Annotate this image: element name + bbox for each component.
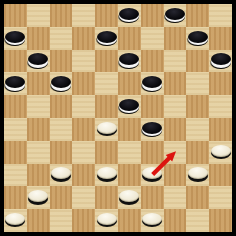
square-8-2[interactable] xyxy=(50,186,73,209)
square-6-3[interactable] xyxy=(72,141,95,164)
square-9-6[interactable] xyxy=(141,209,164,232)
black-man[interactable] xyxy=(165,8,185,23)
square-5-5[interactable] xyxy=(118,118,141,141)
square-3-7[interactable] xyxy=(164,72,187,95)
square-7-6[interactable] xyxy=(141,164,164,187)
white-man[interactable] xyxy=(211,145,231,160)
square-3-5[interactable] xyxy=(118,72,141,95)
square-9-0[interactable] xyxy=(4,209,27,232)
square-8-9[interactable] xyxy=(209,186,232,209)
piece-face xyxy=(97,31,117,43)
square-7-3[interactable] xyxy=(72,164,95,187)
black-man[interactable] xyxy=(51,76,71,91)
square-4-5[interactable] xyxy=(118,95,141,118)
square-6-1[interactable] xyxy=(27,141,50,164)
white-man[interactable] xyxy=(28,190,48,205)
square-2-5[interactable] xyxy=(118,50,141,73)
piece-face xyxy=(119,8,139,20)
square-5-0[interactable] xyxy=(4,118,27,141)
white-man[interactable] xyxy=(142,167,162,182)
square-5-2[interactable] xyxy=(50,118,73,141)
white-man[interactable] xyxy=(119,190,139,205)
square-8-5[interactable] xyxy=(118,186,141,209)
black-man[interactable] xyxy=(188,31,208,46)
white-man[interactable] xyxy=(51,167,71,182)
square-3-1[interactable] xyxy=(27,72,50,95)
square-6-5[interactable] xyxy=(118,141,141,164)
white-man[interactable] xyxy=(97,213,117,228)
piece-face xyxy=(188,31,208,43)
square-4-1[interactable] xyxy=(27,95,50,118)
black-man[interactable] xyxy=(142,76,162,91)
square-0-3[interactable] xyxy=(72,4,95,27)
piece-face xyxy=(142,213,162,225)
square-0-6[interactable] xyxy=(141,4,164,27)
square-7-0[interactable] xyxy=(4,164,27,187)
square-3-6[interactable] xyxy=(141,72,164,95)
square-3-2[interactable] xyxy=(50,72,73,95)
square-0-1[interactable] xyxy=(27,4,50,27)
black-man[interactable] xyxy=(119,99,139,114)
square-7-9[interactable] xyxy=(209,164,232,187)
square-1-4[interactable] xyxy=(95,27,118,50)
draughts-board xyxy=(4,4,232,232)
square-1-1[interactable] xyxy=(27,27,50,50)
square-1-0[interactable] xyxy=(4,27,27,50)
square-8-7[interactable] xyxy=(164,186,187,209)
square-8-1[interactable] xyxy=(27,186,50,209)
square-2-9[interactable] xyxy=(209,50,232,73)
black-man[interactable] xyxy=(119,8,139,23)
piece-face xyxy=(5,31,25,43)
square-8-0[interactable] xyxy=(4,186,27,209)
square-9-4[interactable] xyxy=(95,209,118,232)
square-2-3[interactable] xyxy=(72,50,95,73)
black-man[interactable] xyxy=(119,53,139,68)
white-man[interactable] xyxy=(142,213,162,228)
square-6-0[interactable] xyxy=(4,141,27,164)
square-3-8[interactable] xyxy=(186,72,209,95)
square-7-1[interactable] xyxy=(27,164,50,187)
black-man[interactable] xyxy=(97,31,117,46)
square-9-3[interactable] xyxy=(72,209,95,232)
black-man[interactable] xyxy=(142,122,162,137)
black-man[interactable] xyxy=(211,53,231,68)
square-7-7[interactable] xyxy=(164,164,187,187)
square-8-4[interactable] xyxy=(95,186,118,209)
square-2-8[interactable] xyxy=(186,50,209,73)
board-frame xyxy=(0,0,236,236)
square-5-6[interactable] xyxy=(141,118,164,141)
square-7-5[interactable] xyxy=(118,164,141,187)
square-6-8[interactable] xyxy=(186,141,209,164)
square-2-2[interactable] xyxy=(50,50,73,73)
square-4-0[interactable] xyxy=(4,95,27,118)
square-2-1[interactable] xyxy=(27,50,50,73)
square-4-3[interactable] xyxy=(72,95,95,118)
black-man[interactable] xyxy=(28,53,48,68)
white-man[interactable] xyxy=(188,167,208,182)
square-0-4[interactable] xyxy=(95,4,118,27)
square-8-6[interactable] xyxy=(141,186,164,209)
square-2-4[interactable] xyxy=(95,50,118,73)
square-1-6[interactable] xyxy=(141,27,164,50)
square-7-4[interactable] xyxy=(95,164,118,187)
square-1-5[interactable] xyxy=(118,27,141,50)
piece-face xyxy=(165,8,185,20)
square-2-0[interactable] xyxy=(4,50,27,73)
square-9-9[interactable] xyxy=(209,209,232,232)
square-5-1[interactable] xyxy=(27,118,50,141)
black-man[interactable] xyxy=(5,76,25,91)
square-6-4[interactable] xyxy=(95,141,118,164)
square-3-3[interactable] xyxy=(72,72,95,95)
square-0-5[interactable] xyxy=(118,4,141,27)
square-6-9[interactable] xyxy=(209,141,232,164)
square-4-7[interactable] xyxy=(164,95,187,118)
piece-face xyxy=(97,122,117,134)
square-2-7[interactable] xyxy=(164,50,187,73)
square-0-8[interactable] xyxy=(186,4,209,27)
square-4-9[interactable] xyxy=(209,95,232,118)
square-5-7[interactable] xyxy=(164,118,187,141)
square-9-7[interactable] xyxy=(164,209,187,232)
square-6-2[interactable] xyxy=(50,141,73,164)
square-4-2[interactable] xyxy=(50,95,73,118)
square-8-8[interactable] xyxy=(186,186,209,209)
square-6-7[interactable] xyxy=(164,141,187,164)
square-4-6[interactable] xyxy=(141,95,164,118)
white-man[interactable] xyxy=(97,167,117,182)
square-0-7[interactable] xyxy=(164,4,187,27)
square-3-0[interactable] xyxy=(4,72,27,95)
square-0-0[interactable] xyxy=(4,4,27,27)
square-1-7[interactable] xyxy=(164,27,187,50)
square-7-2[interactable] xyxy=(50,164,73,187)
square-2-6[interactable] xyxy=(141,50,164,73)
piece-face xyxy=(142,122,162,134)
square-5-9[interactable] xyxy=(209,118,232,141)
square-5-3[interactable] xyxy=(72,118,95,141)
square-1-9[interactable] xyxy=(209,27,232,50)
square-4-8[interactable] xyxy=(186,95,209,118)
square-0-2[interactable] xyxy=(50,4,73,27)
square-8-3[interactable] xyxy=(72,186,95,209)
square-7-8[interactable] xyxy=(186,164,209,187)
square-1-3[interactable] xyxy=(72,27,95,50)
square-9-2[interactable] xyxy=(50,209,73,232)
square-9-8[interactable] xyxy=(186,209,209,232)
white-man[interactable] xyxy=(5,213,25,228)
square-0-9[interactable] xyxy=(209,4,232,27)
square-5-8[interactable] xyxy=(186,118,209,141)
square-6-6[interactable] xyxy=(141,141,164,164)
square-4-4[interactable] xyxy=(95,95,118,118)
square-1-2[interactable] xyxy=(50,27,73,50)
square-9-5[interactable] xyxy=(118,209,141,232)
square-5-4[interactable] xyxy=(95,118,118,141)
piece-face xyxy=(211,145,231,157)
piece-face xyxy=(97,213,117,225)
white-man[interactable] xyxy=(97,122,117,137)
square-1-8[interactable] xyxy=(186,27,209,50)
square-3-4[interactable] xyxy=(95,72,118,95)
square-9-1[interactable] xyxy=(27,209,50,232)
square-3-9[interactable] xyxy=(209,72,232,95)
black-man[interactable] xyxy=(5,31,25,46)
